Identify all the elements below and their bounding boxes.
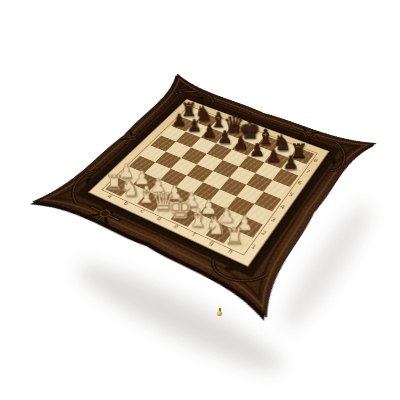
black-pawn[interactable]: ♟ — [282, 154, 298, 172]
black-pawn[interactable]: ♟ — [265, 147, 281, 165]
black-pawn[interactable]: ♟ — [201, 123, 216, 140]
black-pawn[interactable]: ♟ — [186, 117, 201, 134]
black-pawn[interactable]: ♟ — [249, 141, 265, 159]
black-pawn[interactable]: ♟ — [217, 129, 232, 146]
brass-latch — [217, 308, 222, 316]
photo-background: ♜♞♝♛♚♝♞♜♟♟♟♟♟♟♟♟♟♟♟♟♟♟♟♟♜♞♝♛♚♝♞♜ abcdefg… — [0, 0, 400, 400]
black-pawn[interactable]: ♟ — [233, 135, 249, 152]
white-knight[interactable]: ♞ — [204, 214, 226, 239]
black-pawn[interactable]: ♟ — [171, 112, 186, 129]
brass-latch-knob — [217, 311, 222, 316]
carved-chess-case: ♜♞♝♛♚♝♞♜♟♟♟♟♟♟♟♟♟♟♟♟♟♟♟♟♜♞♝♛♚♝♞♜ abcdefg… — [20, 69, 386, 330]
white-rook[interactable]: ♜ — [224, 224, 244, 247]
